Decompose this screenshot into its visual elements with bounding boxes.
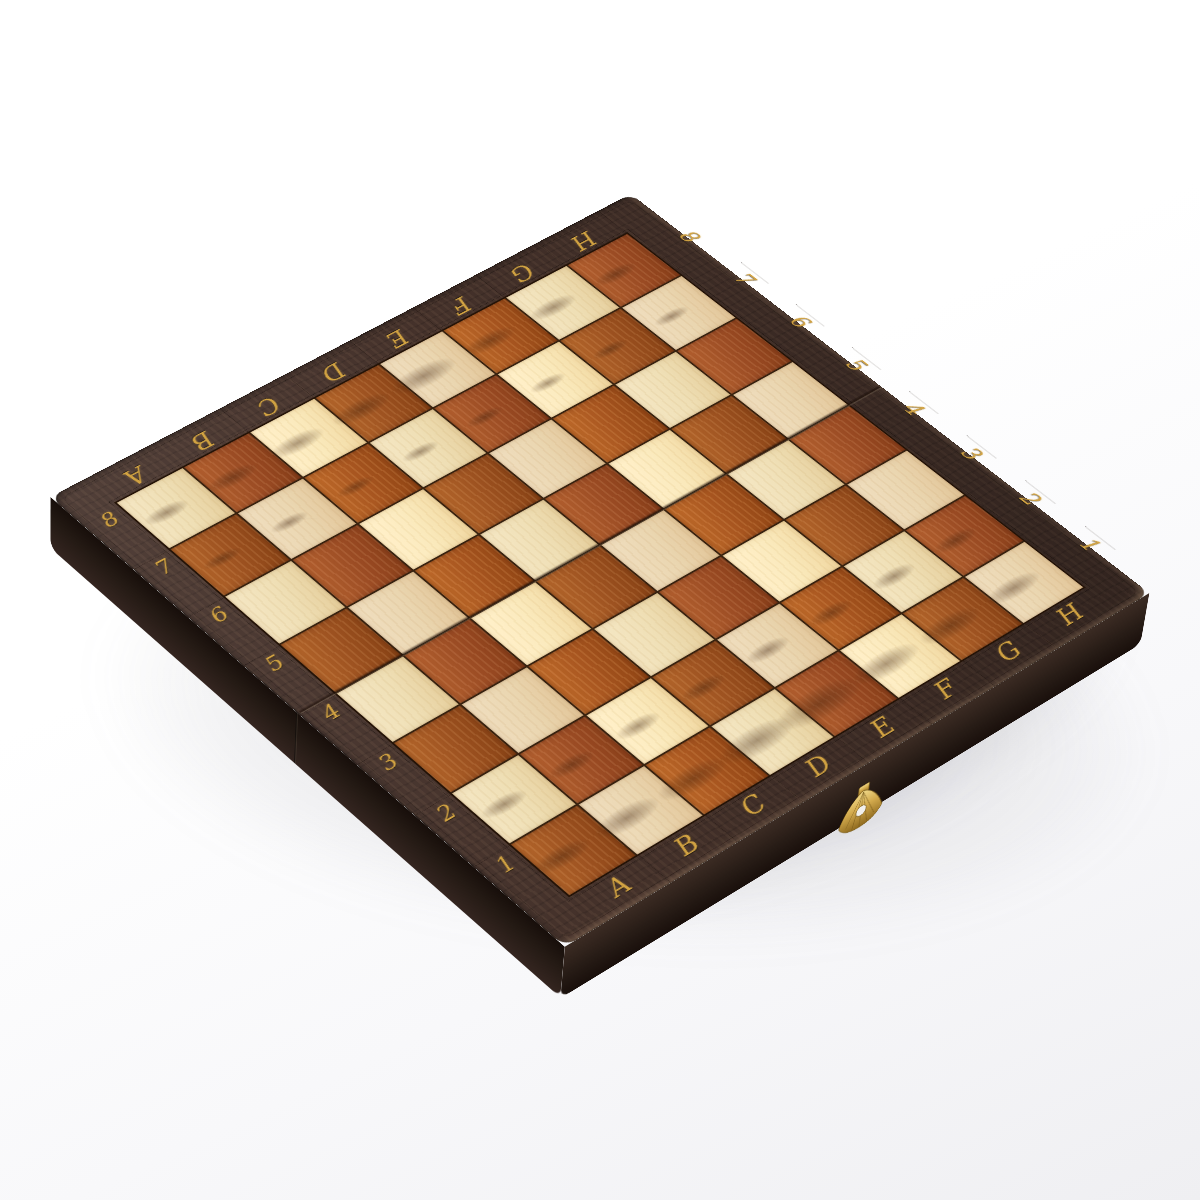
chess-board: AABBCCDDEEFFGGHH8877665544332211 ♜♞♝♛♚♝♞… xyxy=(51,194,1150,947)
black-pawn-glyph: ♟ xyxy=(197,484,264,559)
black-pawn-glyph: ♟ xyxy=(264,448,330,522)
photo-background: AABBCCDDEEFFGGHH8877665544332211 ♜♞♝♛♚♝♞… xyxy=(0,0,1200,1200)
white-rook-glyph: ♜ xyxy=(520,735,627,854)
